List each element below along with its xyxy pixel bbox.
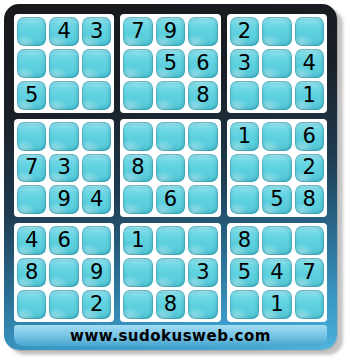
cell-r4c9[interactable]: 6 <box>295 122 324 151</box>
cell-r2c7[interactable]: 3 <box>230 49 259 78</box>
cell-r3c5[interactable] <box>156 81 185 110</box>
cell-r3c3[interactable] <box>82 81 111 110</box>
cell-r1c9[interactable] <box>295 17 324 46</box>
cell-r7c7[interactable]: 8 <box>230 226 259 255</box>
cell-r7c4[interactable]: 1 <box>123 226 152 255</box>
cell-r8c3[interactable]: 9 <box>82 258 111 287</box>
cell-r6c4[interactable] <box>123 185 152 214</box>
cell-r2c8[interactable] <box>262 49 291 78</box>
cell-r7c9[interactable] <box>295 226 324 255</box>
cell-r7c6[interactable] <box>188 226 217 255</box>
board-grid: 435795682341739486162584689213885471 <box>14 14 327 322</box>
cell-r4c7[interactable]: 1 <box>230 122 259 151</box>
cell-r5c3[interactable] <box>82 154 111 183</box>
cell-r9c4[interactable] <box>123 290 152 319</box>
cell-r6c3[interactable]: 4 <box>82 185 111 214</box>
cell-r6c5[interactable]: 6 <box>156 185 185 214</box>
cell-r4c5[interactable] <box>156 122 185 151</box>
site-url-banner: www.sudokusweb.com <box>14 325 327 346</box>
cell-r3c4[interactable] <box>123 81 152 110</box>
cell-r5c1[interactable]: 7 <box>17 154 46 183</box>
cell-r2c5[interactable]: 5 <box>156 49 185 78</box>
cell-r1c5[interactable]: 9 <box>156 17 185 46</box>
cell-r7c3[interactable] <box>82 226 111 255</box>
cell-r6c7[interactable] <box>230 185 259 214</box>
cell-r1c7[interactable]: 2 <box>230 17 259 46</box>
cell-r8c2[interactable] <box>49 258 78 287</box>
cell-r6c2[interactable]: 9 <box>49 185 78 214</box>
cell-r5c9[interactable]: 2 <box>295 154 324 183</box>
cell-r9c8[interactable]: 1 <box>262 290 291 319</box>
cell-r7c5[interactable] <box>156 226 185 255</box>
cell-r1c4[interactable]: 7 <box>123 17 152 46</box>
cell-r5c8[interactable] <box>262 154 291 183</box>
cell-r1c6[interactable] <box>188 17 217 46</box>
box-1-3: 2341 <box>227 14 327 113</box>
cell-r5c7[interactable] <box>230 154 259 183</box>
cell-r3c9[interactable]: 1 <box>295 81 324 110</box>
cell-r3c6[interactable]: 8 <box>188 81 217 110</box>
site-url: www.sudokusweb.com <box>70 327 271 345</box>
cell-r5c6[interactable] <box>188 154 217 183</box>
cell-r9c3[interactable]: 2 <box>82 290 111 319</box>
cell-r8c6[interactable]: 3 <box>188 258 217 287</box>
cell-r3c2[interactable] <box>49 81 78 110</box>
cell-r9c2[interactable] <box>49 290 78 319</box>
cell-r6c9[interactable]: 8 <box>295 185 324 214</box>
box-2-1: 7394 <box>14 119 114 218</box>
box-2-2: 86 <box>120 119 220 218</box>
cell-r8c9[interactable]: 7 <box>295 258 324 287</box>
cell-r2c9[interactable]: 4 <box>295 49 324 78</box>
cell-r4c8[interactable] <box>262 122 291 151</box>
cell-r8c1[interactable]: 8 <box>17 258 46 287</box>
cell-r5c2[interactable]: 3 <box>49 154 78 183</box>
cell-r3c8[interactable] <box>262 81 291 110</box>
cell-r4c4[interactable] <box>123 122 152 151</box>
page-background: 435795682341739486162584689213885471 www… <box>0 0 350 360</box>
cell-r4c3[interactable] <box>82 122 111 151</box>
cell-r9c1[interactable] <box>17 290 46 319</box>
cell-r2c1[interactable] <box>17 49 46 78</box>
cell-r5c5[interactable] <box>156 154 185 183</box>
cell-r3c7[interactable] <box>230 81 259 110</box>
cell-r5c4[interactable]: 8 <box>123 154 152 183</box>
cell-r2c4[interactable] <box>123 49 152 78</box>
cell-r4c1[interactable] <box>17 122 46 151</box>
cell-r8c4[interactable] <box>123 258 152 287</box>
cell-r6c1[interactable] <box>17 185 46 214</box>
box-3-3: 85471 <box>227 223 327 322</box>
box-3-2: 138 <box>120 223 220 322</box>
sudoku-board: 435795682341739486162584689213885471 www… <box>4 4 337 350</box>
cell-r7c8[interactable] <box>262 226 291 255</box>
cell-r1c8[interactable] <box>262 17 291 46</box>
cell-r4c2[interactable] <box>49 122 78 151</box>
cell-r2c3[interactable] <box>82 49 111 78</box>
cell-r2c2[interactable] <box>49 49 78 78</box>
cell-r9c5[interactable]: 8 <box>156 290 185 319</box>
cell-r1c1[interactable] <box>17 17 46 46</box>
cell-r1c2[interactable]: 4 <box>49 17 78 46</box>
cell-r1c3[interactable]: 3 <box>82 17 111 46</box>
cell-r9c7[interactable] <box>230 290 259 319</box>
box-1-2: 79568 <box>120 14 220 113</box>
cell-r2c6[interactable]: 6 <box>188 49 217 78</box>
cell-r4c6[interactable] <box>188 122 217 151</box>
cell-r6c6[interactable] <box>188 185 217 214</box>
cell-r7c2[interactable]: 6 <box>49 226 78 255</box>
cell-r7c1[interactable]: 4 <box>17 226 46 255</box>
cell-r6c8[interactable]: 5 <box>262 185 291 214</box>
cell-r8c5[interactable] <box>156 258 185 287</box>
box-2-3: 16258 <box>227 119 327 218</box>
cell-r8c7[interactable]: 5 <box>230 258 259 287</box>
cell-r3c1[interactable]: 5 <box>17 81 46 110</box>
cell-r9c9[interactable] <box>295 290 324 319</box>
cell-r8c8[interactable]: 4 <box>262 258 291 287</box>
box-3-1: 46892 <box>14 223 114 322</box>
box-1-1: 435 <box>14 14 114 113</box>
cell-r9c6[interactable] <box>188 290 217 319</box>
